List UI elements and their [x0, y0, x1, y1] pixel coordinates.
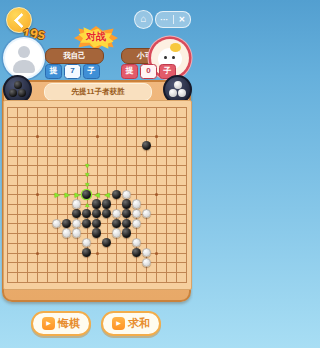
star-point [96, 252, 99, 255]
white-stone[interactable] [122, 190, 131, 199]
black-stone[interactable] [92, 209, 101, 218]
tray-stone [14, 81, 22, 89]
white-stone[interactable] [132, 219, 141, 228]
black-stone[interactable] [112, 190, 121, 199]
crosshair-mark: ▼ [83, 181, 91, 189]
white-stone[interactable] [72, 228, 81, 237]
crosshair-mark: ▼ [83, 171, 91, 179]
home-icon: ⌂ [140, 13, 146, 24]
black-stone[interactable] [112, 219, 121, 228]
black-stone[interactable] [62, 219, 71, 228]
white-stone[interactable] [62, 228, 71, 237]
vs-banner: 对战 [74, 26, 118, 50]
black-stone[interactable] [122, 219, 131, 228]
star-point [36, 135, 39, 138]
black-stone[interactable] [92, 228, 101, 237]
black-stone[interactable] [102, 209, 111, 218]
tray-stone [169, 89, 177, 97]
grid-line [7, 272, 187, 273]
white-stone[interactable] [142, 258, 151, 267]
black-stone[interactable] [82, 219, 91, 228]
white-stone[interactable] [132, 199, 141, 208]
star-point [155, 252, 158, 255]
white-stone[interactable] [132, 209, 141, 218]
grid-line [176, 107, 177, 283]
undo-button-label: 悔棋 [58, 316, 80, 331]
grid-line [186, 107, 187, 283]
tray-stone [9, 89, 17, 97]
white-stone[interactable] [72, 199, 81, 208]
black-stone[interactable] [82, 248, 91, 257]
star-point [155, 193, 158, 196]
game-screen: { "game": "capture-go (围棋吃子对战), 19x19", … [0, 0, 193, 348]
player-left-avatar[interactable] [5, 39, 43, 77]
black-stone[interactable] [102, 199, 111, 208]
white-stone[interactable] [132, 238, 141, 247]
white-stone[interactable] [112, 209, 121, 218]
white-stone[interactable] [82, 238, 91, 247]
white-stone[interactable] [52, 219, 61, 228]
avatar-hair [170, 43, 181, 52]
avatar-silhouette-icon [18, 46, 30, 58]
crosshair-mark: ▶ [73, 191, 81, 199]
black-stone[interactable] [102, 238, 111, 247]
rule-banner: 先提11子者获胜 [44, 83, 152, 101]
black-stone[interactable] [92, 199, 101, 208]
draw-button-label: 求和 [128, 316, 150, 331]
undo-button-icon: ▶ [42, 317, 55, 330]
capture-count: 0 [140, 64, 157, 79]
undo-button[interactable]: ▶ 悔棋 [31, 311, 91, 336]
crosshair-mark: ◀ [103, 191, 111, 199]
star-point [36, 252, 39, 255]
black-stone[interactable] [132, 248, 141, 257]
capture-prefix: 提 [121, 64, 138, 79]
star-point [96, 135, 99, 138]
white-stone[interactable] [142, 209, 151, 218]
star-point [155, 135, 158, 138]
crosshair-mark: ▶ [63, 191, 71, 199]
white-stone[interactable] [112, 228, 121, 237]
grid-line [166, 107, 167, 283]
black-stone[interactable] [122, 199, 131, 208]
black-stone[interactable] [82, 190, 91, 199]
avatar-eye [172, 56, 175, 59]
white-stone[interactable] [142, 248, 151, 257]
close-button[interactable]: ✕ [174, 13, 191, 27]
draw-button-icon: ▶ [112, 317, 125, 330]
player-right-capture-badge: 提 0 子 [121, 64, 176, 79]
board-surface[interactable]: ▼▼▼▲▶▶▶◀◀ [3, 100, 192, 290]
crosshair-mark: ▲ [83, 201, 91, 209]
draw-button[interactable]: ▶ 求和 [101, 311, 161, 336]
player-left-name: 我自己 [45, 48, 104, 64]
avatar-silhouette-body [13, 60, 35, 73]
crosshair-mark: ▶ [53, 191, 61, 199]
grid-line [7, 243, 187, 244]
star-point [36, 193, 39, 196]
black-stone[interactable] [122, 228, 131, 237]
black-stone[interactable] [92, 219, 101, 228]
capture-suffix: 子 [83, 64, 100, 79]
tray-stone [174, 81, 182, 89]
black-stone[interactable] [72, 209, 81, 218]
crosshair-mark: ◀ [93, 191, 101, 199]
tray-stone [178, 89, 186, 97]
player-left-capture-badge: 提 7 子 [45, 64, 100, 79]
crosshair-mark: ▼ [83, 162, 91, 170]
capture-prefix: 提 [45, 64, 62, 79]
more-button[interactable]: ··· [156, 13, 173, 27]
black-stone[interactable] [122, 209, 131, 218]
black-stone[interactable] [142, 141, 151, 150]
avatar-eye [164, 56, 167, 59]
black-stone[interactable] [82, 209, 91, 218]
home-button[interactable]: ⌂ [134, 10, 153, 29]
tray-stone [18, 89, 26, 97]
vs-label: 对战 [74, 30, 118, 44]
white-stone[interactable] [72, 219, 81, 228]
miniprogram-capsule: ··· ✕ [155, 11, 191, 28]
grid-line [7, 282, 187, 283]
capture-count: 7 [64, 64, 81, 79]
grid-line [7, 262, 187, 263]
